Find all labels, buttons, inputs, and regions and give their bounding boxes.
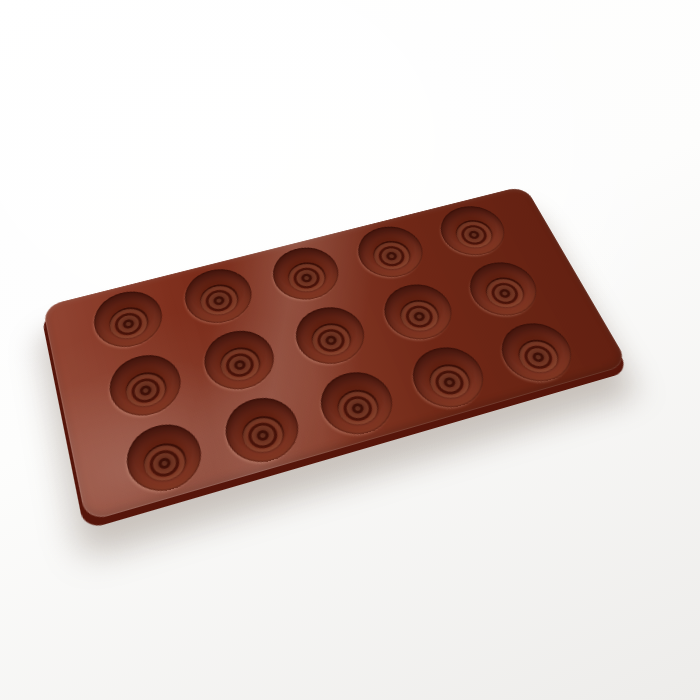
rose-relief bbox=[307, 319, 356, 359]
rose-relief bbox=[238, 411, 290, 457]
rose-relief bbox=[424, 360, 476, 403]
mold-cavity bbox=[89, 285, 169, 354]
rose-relief bbox=[216, 343, 265, 385]
mold-cavity bbox=[491, 316, 583, 389]
rose-relief bbox=[395, 296, 445, 335]
cavity-grid bbox=[42, 185, 629, 522]
mold-cavity bbox=[432, 200, 515, 261]
mold-cavity bbox=[350, 220, 432, 283]
rose-relief bbox=[196, 280, 243, 318]
mold-cavity bbox=[403, 340, 494, 415]
mold-cavity bbox=[375, 278, 461, 347]
mold-cavity bbox=[218, 390, 307, 470]
mold-cavity bbox=[312, 365, 402, 443]
mold-cavity bbox=[120, 416, 208, 499]
rose-relief bbox=[451, 216, 499, 251]
scene bbox=[0, 0, 700, 700]
mold-cavity bbox=[265, 241, 347, 306]
rose-relief bbox=[284, 258, 331, 295]
rose-relief bbox=[140, 438, 191, 485]
photo-background bbox=[0, 0, 700, 700]
mold-cavity bbox=[178, 263, 259, 330]
mold-cavity bbox=[197, 324, 282, 397]
rose-relief bbox=[512, 335, 565, 376]
mold-cavity bbox=[460, 256, 547, 323]
rose-relief bbox=[122, 368, 171, 411]
chocolate-mold-tray bbox=[42, 185, 629, 522]
rose-relief bbox=[106, 303, 152, 342]
mold-cavity bbox=[288, 300, 374, 371]
rose-relief bbox=[332, 385, 384, 429]
rose-relief bbox=[480, 273, 530, 311]
rose-relief bbox=[368, 237, 415, 273]
mold-cavity bbox=[104, 348, 188, 424]
